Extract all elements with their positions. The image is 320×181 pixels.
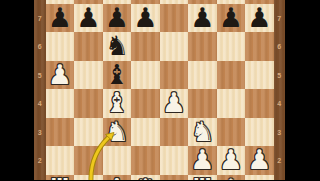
square-d5[interactable] — [131, 61, 160, 90]
piece-black-pawn-c7[interactable]: ♟ — [105, 4, 129, 33]
square-b6[interactable] — [74, 32, 103, 61]
square-h3[interactable] — [245, 118, 274, 147]
piece-black-pawn-h7[interactable]: ♟ — [247, 4, 271, 33]
square-e3[interactable] — [160, 118, 189, 147]
square-h6[interactable] — [245, 32, 274, 61]
square-d1[interactable]: ♛ — [131, 175, 160, 181]
rank-label-right-7: 7 — [274, 14, 286, 21]
piece-black-bishop-c5[interactable]: ♝ — [105, 61, 129, 90]
square-c2[interactable] — [103, 146, 132, 175]
piece-white-rook-f1[interactable]: ♜ — [190, 175, 214, 181]
square-a3[interactable] — [46, 118, 75, 147]
square-c1[interactable]: ♝ — [103, 175, 132, 181]
square-b2[interactable] — [74, 146, 103, 175]
square-d6[interactable] — [131, 32, 160, 61]
square-h5[interactable] — [245, 61, 274, 90]
piece-black-pawn-f7[interactable]: ♟ — [190, 4, 214, 33]
rank-label-right-2: 2 — [274, 157, 286, 164]
board-frame: ♜♝♛♚♞♜♟♟♟♟♟♟♟♞♟♝♝♟♞♞♟♟♟♜♝♛♜♚ 88776655443… — [34, 0, 285, 180]
piece-black-pawn-a7[interactable]: ♟ — [48, 4, 72, 33]
square-a2[interactable] — [46, 146, 75, 175]
square-f3[interactable]: ♞ — [188, 118, 217, 147]
square-c5[interactable]: ♝ — [103, 61, 132, 90]
piece-black-pawn-g7[interactable]: ♟ — [219, 4, 243, 33]
chessboard: ♜♝♛♚♞♜♟♟♟♟♟♟♟♞♟♝♝♟♞♞♟♟♟♜♝♛♜♚ — [46, 0, 274, 180]
square-h1[interactable] — [245, 175, 274, 181]
square-d2[interactable] — [131, 146, 160, 175]
square-f4[interactable] — [188, 89, 217, 118]
square-e2[interactable] — [160, 146, 189, 175]
square-h7[interactable]: ♟ — [245, 4, 274, 33]
square-d7[interactable]: ♟ — [131, 4, 160, 33]
square-e1[interactable] — [160, 175, 189, 181]
square-h4[interactable] — [245, 89, 274, 118]
piece-white-knight-f3[interactable]: ♞ — [190, 118, 214, 147]
rank-label-left-5: 5 — [34, 71, 46, 78]
rank-label-right-5: 5 — [274, 71, 286, 78]
square-g3[interactable] — [217, 118, 246, 147]
piece-black-pawn-b7[interactable]: ♟ — [76, 4, 100, 33]
square-g5[interactable] — [217, 61, 246, 90]
rank-label-left-2: 2 — [34, 157, 46, 164]
square-b7[interactable]: ♟ — [74, 4, 103, 33]
square-c7[interactable]: ♟ — [103, 4, 132, 33]
square-d3[interactable] — [131, 118, 160, 147]
square-b3[interactable] — [74, 118, 103, 147]
square-g4[interactable] — [217, 89, 246, 118]
square-h2[interactable]: ♟ — [245, 146, 274, 175]
square-a5[interactable]: ♟ — [46, 61, 75, 90]
piece-white-queen-d1[interactable]: ♛ — [133, 175, 157, 181]
chess-video-frame: ♜♝♛♚♞♜♟♟♟♟♟♟♟♞♟♝♝♟♞♞♟♟♟♜♝♛♜♚ 88776655443… — [0, 0, 320, 180]
square-e7[interactable] — [160, 4, 189, 33]
square-e6[interactable] — [160, 32, 189, 61]
square-f2[interactable]: ♟ — [188, 146, 217, 175]
square-c6[interactable]: ♞ — [103, 32, 132, 61]
piece-black-pawn-d7[interactable]: ♟ — [133, 4, 157, 33]
square-g6[interactable] — [217, 32, 246, 61]
square-b5[interactable] — [74, 61, 103, 90]
piece-white-pawn-a5[interactable]: ♟ — [48, 61, 72, 90]
rank-label-right-4: 4 — [274, 100, 286, 107]
square-a6[interactable] — [46, 32, 75, 61]
piece-white-knight-c3[interactable]: ♞ — [105, 118, 129, 147]
square-b4[interactable] — [74, 89, 103, 118]
square-e5[interactable] — [160, 61, 189, 90]
piece-white-king-g1[interactable]: ♚ — [219, 175, 243, 181]
rank-label-left-7: 7 — [34, 14, 46, 21]
piece-white-bishop-c1[interactable]: ♝ — [105, 175, 129, 181]
square-c3[interactable]: ♞ — [103, 118, 132, 147]
piece-white-pawn-g2[interactable]: ♟ — [219, 146, 243, 175]
square-c4[interactable]: ♝ — [103, 89, 132, 118]
rank-label-right-3: 3 — [274, 128, 286, 135]
piece-white-pawn-f2[interactable]: ♟ — [190, 146, 214, 175]
rank-label-left-3: 3 — [34, 128, 46, 135]
piece-white-rook-a1[interactable]: ♜ — [48, 175, 72, 181]
square-f1[interactable]: ♜ — [188, 175, 217, 181]
square-e4[interactable]: ♟ — [160, 89, 189, 118]
square-b1[interactable] — [74, 175, 103, 181]
piece-white-pawn-e4[interactable]: ♟ — [162, 89, 186, 118]
square-d4[interactable] — [131, 89, 160, 118]
square-a7[interactable]: ♟ — [46, 4, 75, 33]
square-g2[interactable]: ♟ — [217, 146, 246, 175]
piece-white-bishop-c4[interactable]: ♝ — [105, 89, 129, 118]
square-a1[interactable]: ♜ — [46, 175, 75, 181]
square-g1[interactable]: ♚ — [217, 175, 246, 181]
square-a4[interactable] — [46, 89, 75, 118]
rank-label-left-4: 4 — [34, 100, 46, 107]
square-g7[interactable]: ♟ — [217, 4, 246, 33]
rank-label-left-6: 6 — [34, 43, 46, 50]
square-f6[interactable] — [188, 32, 217, 61]
square-f7[interactable]: ♟ — [188, 4, 217, 33]
rank-label-right-6: 6 — [274, 43, 286, 50]
square-f5[interactable] — [188, 61, 217, 90]
piece-white-pawn-h2[interactable]: ♟ — [247, 146, 271, 175]
piece-black-knight-c6[interactable]: ♞ — [105, 32, 129, 61]
